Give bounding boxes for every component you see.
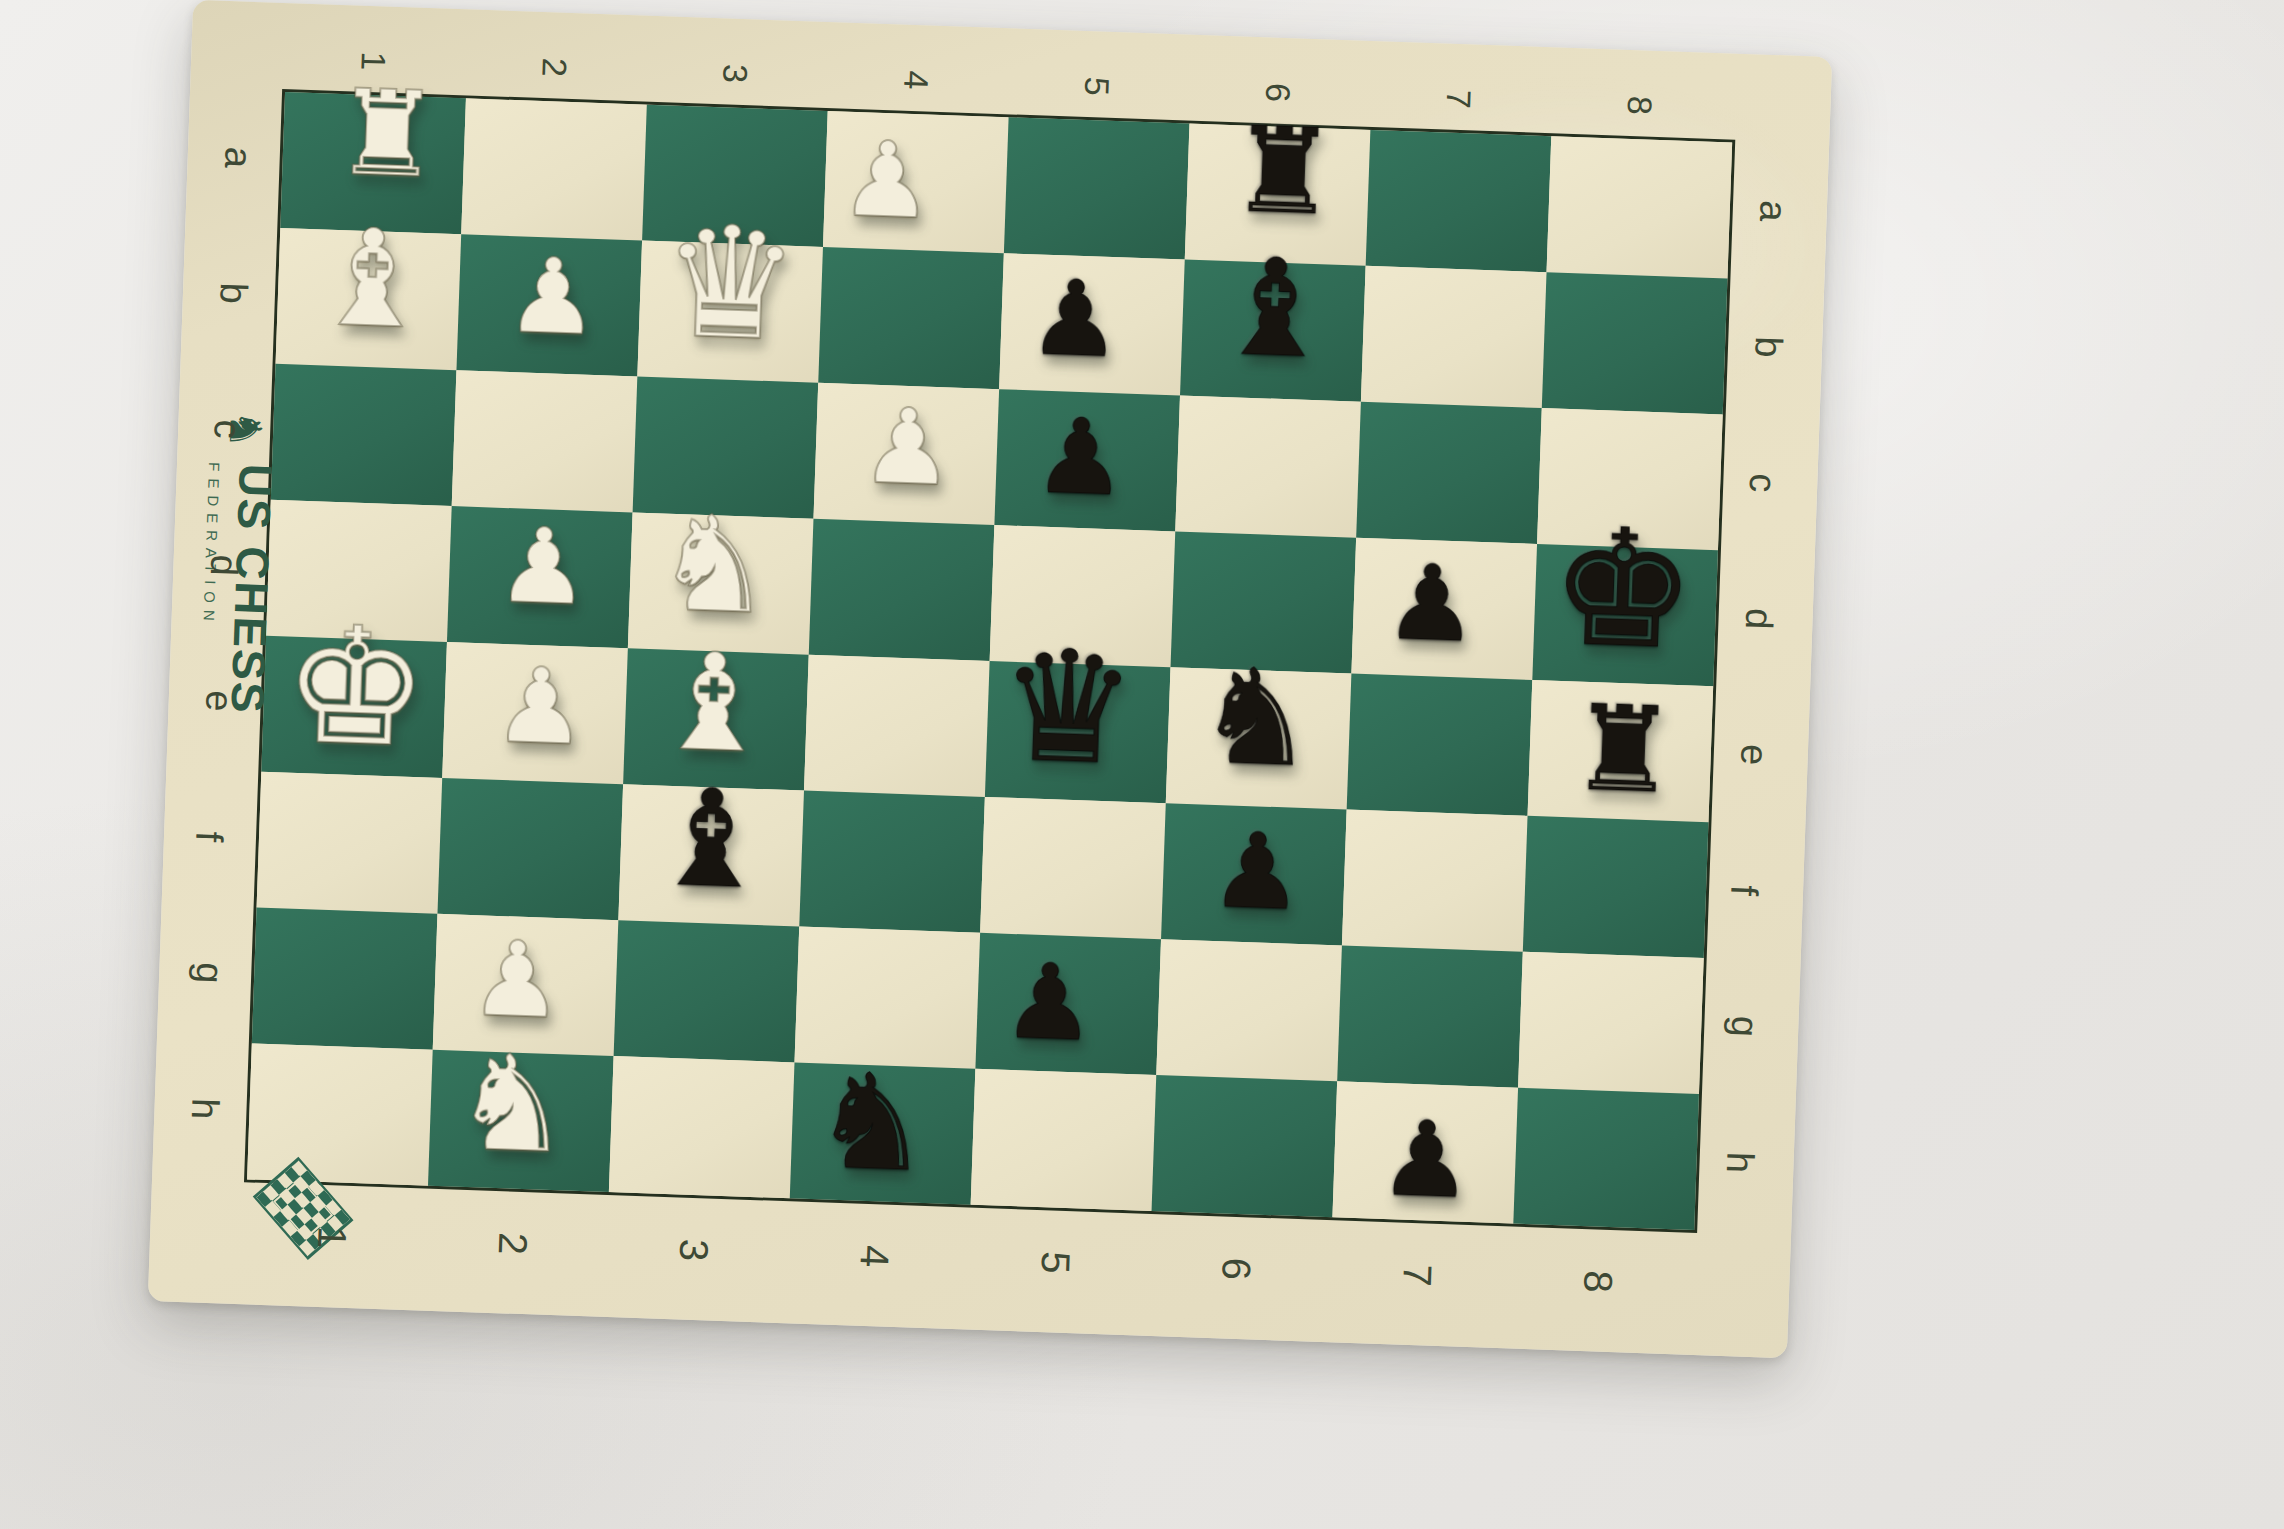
label-top-8: 8: [1622, 95, 1657, 115]
white-pawn-d2[interactable]: ♟: [495, 513, 592, 620]
label-right-b: b: [1749, 336, 1788, 358]
square-a5[interactable]: [1004, 117, 1190, 259]
white-pawn-g2[interactable]: ♟: [468, 926, 565, 1033]
label-left-f: f: [190, 831, 228, 843]
label-right-e: e: [1735, 743, 1774, 765]
square-c2[interactable]: [452, 370, 638, 512]
square-f4[interactable]: [799, 791, 985, 933]
label-top-4: 4: [898, 70, 933, 90]
square-f1[interactable]: [257, 772, 443, 914]
white-knight-h2[interactable]: ♞: [451, 1036, 574, 1172]
square-g1[interactable]: [252, 908, 438, 1050]
square-h1[interactable]: [247, 1043, 433, 1185]
square-b4[interactable]: [818, 247, 1004, 389]
label-top-6: 6: [1260, 83, 1295, 103]
label-top-2: 2: [537, 57, 572, 77]
square-c7[interactable]: [1356, 402, 1542, 544]
black-pawn-f6[interactable]: ♟: [1209, 818, 1306, 925]
square-h5[interactable]: [971, 1069, 1157, 1211]
us-chess-logo: ♞ US CHESS FEDERATION: [185, 408, 295, 811]
square-c1[interactable]: [271, 364, 457, 506]
square-f2[interactable]: [437, 778, 623, 920]
label-left-a: a: [219, 146, 258, 168]
label-bottom-5: 5: [1035, 1251, 1076, 1275]
black-knight-h4[interactable]: ♞: [811, 1054, 934, 1190]
square-b8[interactable]: [1542, 272, 1728, 414]
square-f8[interactable]: [1523, 816, 1709, 958]
black-queen-e5[interactable]: ♛: [996, 628, 1139, 787]
square-f5[interactable]: [980, 797, 1166, 939]
white-pawn-e2[interactable]: ♟: [492, 653, 589, 760]
white-queen-b3[interactable]: ♛: [658, 204, 801, 363]
label-left-h: h: [186, 1098, 225, 1120]
chess-mat: ♞ US CHESS FEDERATION 1234567812345678ab…: [148, 0, 1832, 1358]
white-rook-a1[interactable]: ♜: [332, 73, 442, 195]
square-a2[interactable]: [461, 98, 647, 240]
brand-title: US CHESS: [221, 463, 284, 716]
white-king-e1[interactable]: ♚: [280, 603, 431, 770]
label-left-e: e: [200, 690, 239, 712]
white-pawn-c4[interactable]: ♟: [859, 393, 956, 500]
label-bottom-4: 4: [854, 1245, 895, 1269]
black-pawn-g5[interactable]: ♟: [1001, 949, 1098, 1056]
white-bishop-b1[interactable]: ♝: [310, 210, 435, 348]
white-pawn-a4[interactable]: ♟: [838, 127, 935, 234]
square-b7[interactable]: [1361, 266, 1547, 408]
square-c6[interactable]: [1175, 395, 1361, 537]
black-bishop-f3[interactable]: ♝: [648, 770, 773, 908]
label-bottom-8: 8: [1578, 1270, 1619, 1294]
label-top-3: 3: [718, 64, 753, 84]
label-right-g: g: [1726, 1015, 1765, 1037]
label-right-a: a: [1754, 200, 1793, 222]
label-left-c: c: [208, 419, 247, 439]
black-bishop-b6[interactable]: ♝: [1212, 240, 1337, 378]
label-bottom-1: 1: [311, 1226, 352, 1250]
square-h8[interactable]: [1513, 1088, 1699, 1230]
square-e7[interactable]: [1347, 674, 1533, 816]
square-g3[interactable]: [614, 920, 800, 1062]
brand-subtitle: FEDERATION: [198, 462, 224, 714]
black-knight-e6[interactable]: ♞: [1195, 649, 1318, 785]
white-pawn-b2[interactable]: ♟: [504, 243, 601, 350]
black-pawn-d7[interactable]: ♟: [1383, 550, 1480, 657]
label-right-f: f: [1725, 885, 1763, 897]
label-top-5: 5: [1079, 76, 1114, 96]
label-left-b: b: [214, 282, 253, 304]
white-bishop-e3[interactable]: ♝: [651, 634, 776, 772]
black-rook-e8[interactable]: ♜: [1569, 688, 1679, 810]
label-right-h: h: [1721, 1151, 1760, 1173]
label-left-g: g: [190, 962, 229, 984]
square-g7[interactable]: [1337, 945, 1523, 1087]
label-bottom-6: 6: [1216, 1257, 1257, 1281]
black-rook-a6[interactable]: ♜: [1228, 110, 1338, 232]
label-bottom-3: 3: [673, 1238, 714, 1262]
label-bottom-7: 7: [1397, 1263, 1438, 1287]
square-g8[interactable]: [1518, 952, 1704, 1094]
black-pawn-c5[interactable]: ♟: [1032, 403, 1129, 510]
label-top-7: 7: [1441, 89, 1476, 109]
white-knight-d3[interactable]: ♞: [653, 496, 776, 632]
square-a8[interactable]: [1547, 136, 1733, 278]
square-a7[interactable]: [1366, 130, 1552, 272]
square-e4[interactable]: [804, 655, 990, 797]
square-f7[interactable]: [1342, 810, 1528, 952]
label-left-d: d: [205, 554, 244, 576]
label-right-c: c: [1743, 473, 1782, 493]
square-d4[interactable]: [809, 519, 995, 661]
black-pawn-b5[interactable]: ♟: [1027, 265, 1124, 372]
black-king-d8[interactable]: ♚: [1548, 506, 1699, 673]
label-bottom-2: 2: [492, 1232, 533, 1256]
square-h3[interactable]: [609, 1056, 795, 1198]
square-h6[interactable]: [1152, 1075, 1338, 1217]
label-right-d: d: [1740, 608, 1779, 630]
square-g6[interactable]: [1156, 939, 1342, 1081]
black-pawn-h7[interactable]: ♟: [1378, 1106, 1475, 1213]
